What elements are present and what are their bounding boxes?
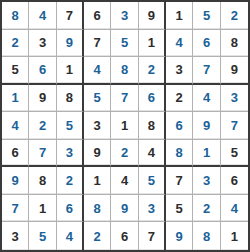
sudoku-cell-r2c2[interactable]: 3 bbox=[29, 30, 56, 58]
sudoku-cell-r3c8[interactable]: 7 bbox=[193, 57, 220, 85]
sudoku-cell-r5c4[interactable]: 3 bbox=[84, 112, 111, 140]
sudoku-cell-r3c5[interactable]: 8 bbox=[111, 57, 138, 85]
sudoku-cell-r6c4[interactable]: 9 bbox=[84, 140, 111, 168]
sudoku-cell-r1c1[interactable]: 8 bbox=[2, 2, 29, 30]
sudoku-cell-r1c4[interactable]: 6 bbox=[84, 2, 111, 30]
sudoku-cell-r9c6[interactable]: 7 bbox=[139, 222, 166, 250]
sudoku-cell-r7c7[interactable]: 7 bbox=[166, 167, 193, 195]
sudoku-cell-r4c3[interactable]: 8 bbox=[57, 85, 84, 113]
sudoku-cell-r8c9[interactable]: 4 bbox=[221, 195, 248, 223]
sudoku-cell-r4c7[interactable]: 2 bbox=[166, 85, 193, 113]
sudoku-cell-r4c6[interactable]: 6 bbox=[139, 85, 166, 113]
sudoku-cell-r3c6[interactable]: 2 bbox=[139, 57, 166, 85]
sudoku-cell-r2c8[interactable]: 6 bbox=[193, 30, 220, 58]
sudoku-cell-r1c8[interactable]: 5 bbox=[193, 2, 220, 30]
sudoku-cell-r2c4[interactable]: 7 bbox=[84, 30, 111, 58]
sudoku-cell-r6c8[interactable]: 1 bbox=[193, 140, 220, 168]
sudoku-cell-r1c9[interactable]: 2 bbox=[221, 2, 248, 30]
sudoku-cell-r4c5[interactable]: 7 bbox=[111, 85, 138, 113]
sudoku-cell-r8c6[interactable]: 3 bbox=[139, 195, 166, 223]
sudoku-cell-r8c5[interactable]: 9 bbox=[111, 195, 138, 223]
sudoku-cell-r8c2[interactable]: 1 bbox=[29, 195, 56, 223]
sudoku-cell-r9c3[interactable]: 4 bbox=[57, 222, 84, 250]
sudoku-cell-r6c5[interactable]: 2 bbox=[111, 140, 138, 168]
sudoku-cell-r2c7[interactable]: 4 bbox=[166, 30, 193, 58]
sudoku-cell-r9c7[interactable]: 9 bbox=[166, 222, 193, 250]
sudoku-cell-r2c1[interactable]: 2 bbox=[2, 30, 29, 58]
sudoku-cell-r5c6[interactable]: 8 bbox=[139, 112, 166, 140]
sudoku-cell-r5c7[interactable]: 6 bbox=[166, 112, 193, 140]
sudoku-cell-r2c3[interactable]: 9 bbox=[57, 30, 84, 58]
sudoku-cell-r7c8[interactable]: 3 bbox=[193, 167, 220, 195]
sudoku-cell-r7c4[interactable]: 1 bbox=[84, 167, 111, 195]
sudoku-cell-r8c8[interactable]: 2 bbox=[193, 195, 220, 223]
sudoku-cell-r8c7[interactable]: 5 bbox=[166, 195, 193, 223]
sudoku-cell-r9c1[interactable]: 3 bbox=[2, 222, 29, 250]
sudoku-cell-r5c5[interactable]: 1 bbox=[111, 112, 138, 140]
sudoku-cell-r8c4[interactable]: 8 bbox=[84, 195, 111, 223]
sudoku-cell-r6c1[interactable]: 6 bbox=[2, 140, 29, 168]
sudoku-cell-r9c5[interactable]: 6 bbox=[111, 222, 138, 250]
sudoku-cell-r5c3[interactable]: 5 bbox=[57, 112, 84, 140]
sudoku-cell-r9c9[interactable]: 1 bbox=[221, 222, 248, 250]
sudoku-cell-r1c5[interactable]: 3 bbox=[111, 2, 138, 30]
sudoku-cell-r3c2[interactable]: 6 bbox=[29, 57, 56, 85]
sudoku-cell-r5c8[interactable]: 9 bbox=[193, 112, 220, 140]
sudoku-cell-r2c6[interactable]: 1 bbox=[139, 30, 166, 58]
sudoku-cell-r3c4[interactable]: 4 bbox=[84, 57, 111, 85]
sudoku-cell-r9c2[interactable]: 5 bbox=[29, 222, 56, 250]
sudoku-cell-r4c9[interactable]: 3 bbox=[221, 85, 248, 113]
sudoku-cell-r7c9[interactable]: 6 bbox=[221, 167, 248, 195]
sudoku-cell-r7c1[interactable]: 9 bbox=[2, 167, 29, 195]
sudoku-cell-r1c7[interactable]: 1 bbox=[166, 2, 193, 30]
sudoku-cell-r5c1[interactable]: 4 bbox=[2, 112, 29, 140]
sudoku-cell-r2c5[interactable]: 5 bbox=[111, 30, 138, 58]
sudoku-cell-r4c4[interactable]: 5 bbox=[84, 85, 111, 113]
sudoku-cell-r3c3[interactable]: 1 bbox=[57, 57, 84, 85]
sudoku-cell-r6c9[interactable]: 5 bbox=[221, 140, 248, 168]
sudoku-cell-r7c6[interactable]: 5 bbox=[139, 167, 166, 195]
sudoku-cell-r6c7[interactable]: 8 bbox=[166, 140, 193, 168]
sudoku-cell-r5c9[interactable]: 7 bbox=[221, 112, 248, 140]
sudoku-cell-r5c2[interactable]: 2 bbox=[29, 112, 56, 140]
sudoku-board: 8476391522397514685614823791985762434253… bbox=[0, 0, 250, 252]
sudoku-cell-r4c8[interactable]: 4 bbox=[193, 85, 220, 113]
sudoku-cell-r1c2[interactable]: 4 bbox=[29, 2, 56, 30]
sudoku-cell-r3c1[interactable]: 5 bbox=[2, 57, 29, 85]
sudoku-cell-r6c6[interactable]: 4 bbox=[139, 140, 166, 168]
sudoku-cell-r9c8[interactable]: 8 bbox=[193, 222, 220, 250]
sudoku-cell-r7c3[interactable]: 2 bbox=[57, 167, 84, 195]
sudoku-cell-r9c4[interactable]: 2 bbox=[84, 222, 111, 250]
sudoku-cell-r7c5[interactable]: 4 bbox=[111, 167, 138, 195]
sudoku-cell-r1c3[interactable]: 7 bbox=[57, 2, 84, 30]
sudoku-cell-r8c3[interactable]: 6 bbox=[57, 195, 84, 223]
sudoku-cell-r8c1[interactable]: 7 bbox=[2, 195, 29, 223]
sudoku-cell-r7c2[interactable]: 8 bbox=[29, 167, 56, 195]
sudoku-cell-r6c3[interactable]: 3 bbox=[57, 140, 84, 168]
sudoku-cell-r6c2[interactable]: 7 bbox=[29, 140, 56, 168]
sudoku-cell-r3c7[interactable]: 3 bbox=[166, 57, 193, 85]
sudoku-cell-r4c2[interactable]: 9 bbox=[29, 85, 56, 113]
sudoku-cell-r2c9[interactable]: 8 bbox=[221, 30, 248, 58]
sudoku-cell-r1c6[interactable]: 9 bbox=[139, 2, 166, 30]
sudoku-cell-r3c9[interactable]: 9 bbox=[221, 57, 248, 85]
sudoku-cell-r4c1[interactable]: 1 bbox=[2, 85, 29, 113]
